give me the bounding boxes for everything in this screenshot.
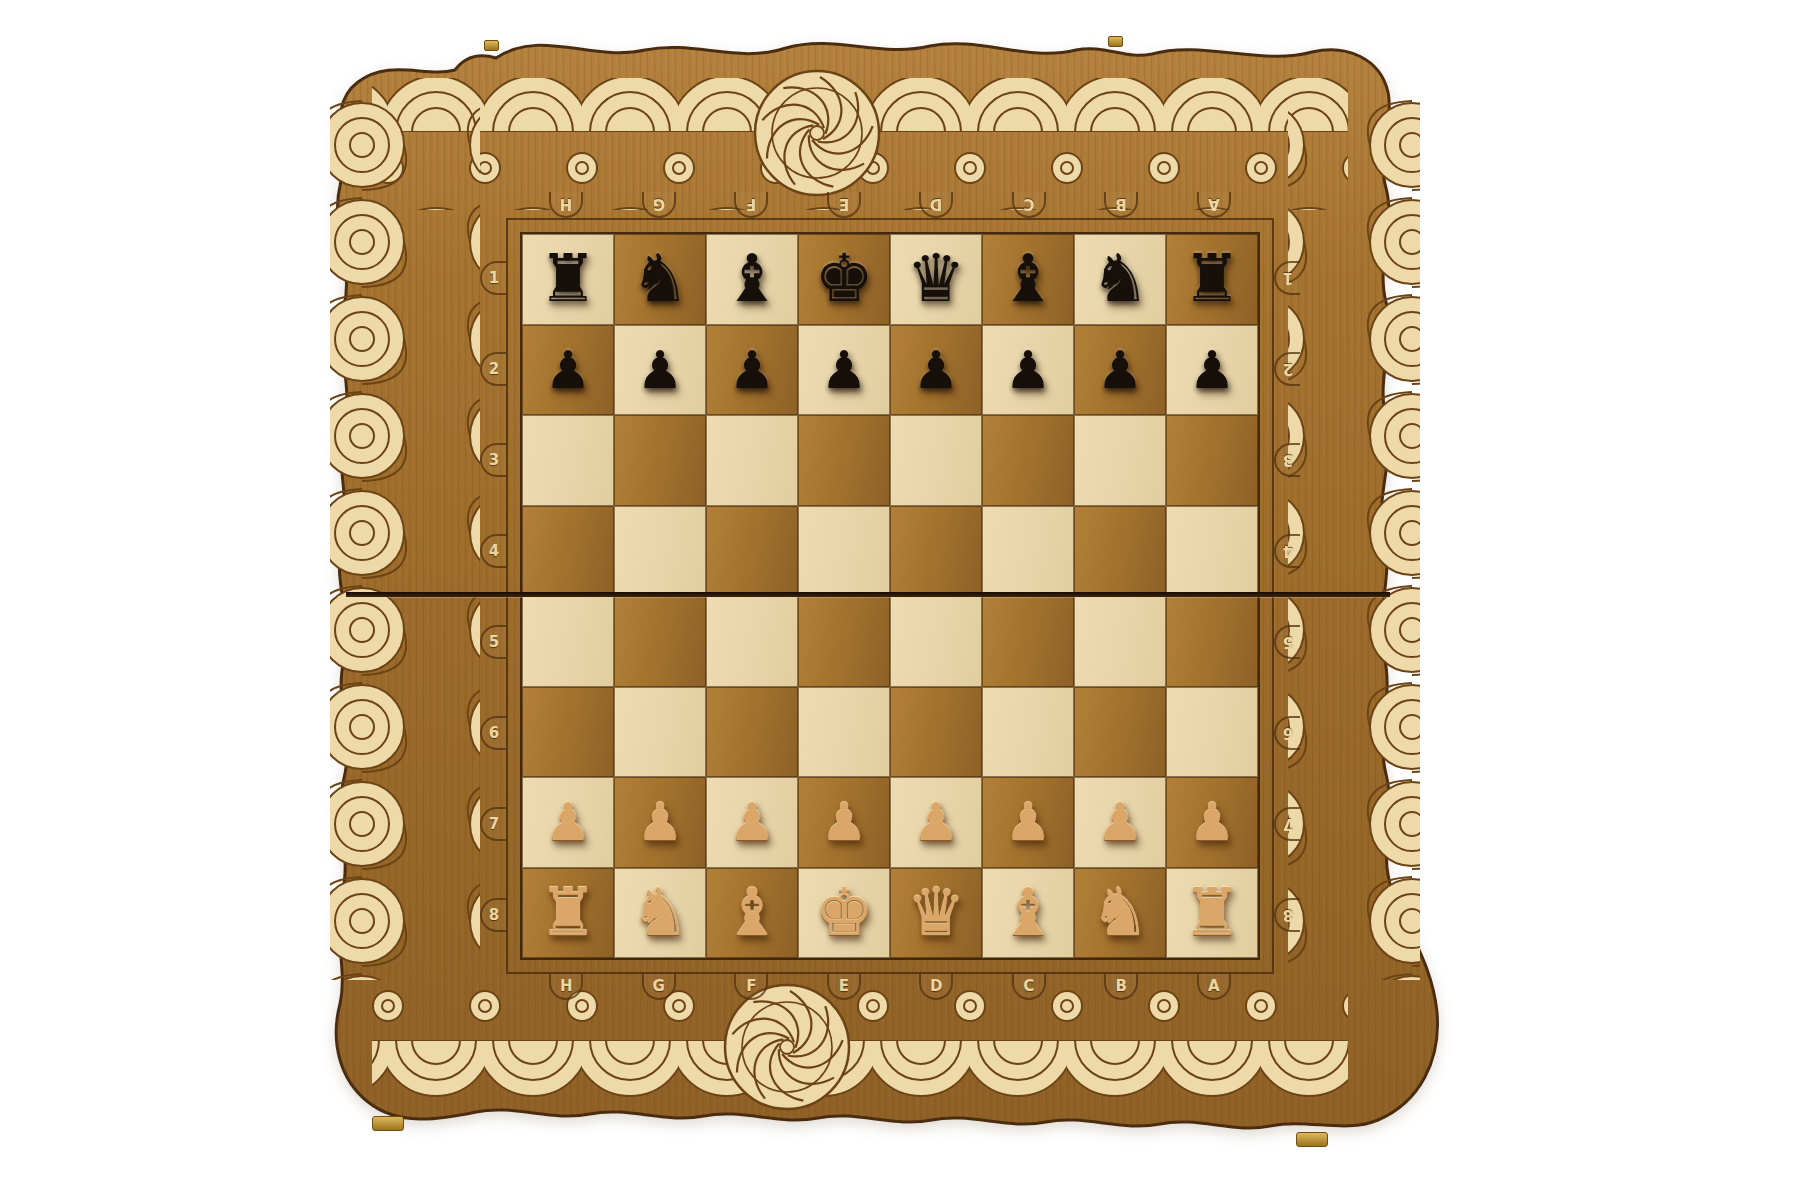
- piece-white-pawn-g7: ♟: [637, 796, 684, 848]
- rank-label-left-8: 8: [480, 898, 506, 932]
- square-g1: ♞: [614, 234, 706, 325]
- square-f3: [706, 415, 798, 506]
- piece-white-queen-d8: ♛: [906, 880, 965, 946]
- square-e2: ♟: [798, 325, 890, 416]
- eternity-rosette-top: [755, 71, 879, 195]
- square-d2: ♟: [890, 325, 982, 416]
- square-f5: [706, 596, 798, 687]
- square-g8: ♞: [614, 868, 706, 959]
- square-b6: [1074, 687, 1166, 778]
- square-a2: ♟: [1166, 325, 1258, 416]
- square-b3: [1074, 415, 1166, 506]
- square-g7: ♟: [614, 777, 706, 868]
- square-a1: ♜: [1166, 234, 1258, 325]
- piece-black-bishop-c1: ♝: [998, 246, 1057, 312]
- brass-pin-top-right: [1108, 36, 1123, 47]
- rank-label-left-2: 2: [480, 352, 506, 386]
- piece-white-pawn-h7: ♟: [545, 796, 592, 848]
- square-f8: ♝: [706, 868, 798, 959]
- square-e4: [798, 506, 890, 597]
- square-a4: [1166, 506, 1258, 597]
- square-a5: [1166, 596, 1258, 687]
- square-f4: [706, 506, 798, 597]
- square-h1: ♜: [522, 234, 614, 325]
- square-h2: ♟: [522, 325, 614, 416]
- brass-pin-top-left: [484, 40, 499, 51]
- square-b5: [1074, 596, 1166, 687]
- square-c6: [982, 687, 1074, 778]
- piece-black-pawn-b2: ♟: [1097, 344, 1144, 396]
- square-c1: ♝: [982, 234, 1074, 325]
- piece-black-knight-b1: ♞: [1090, 246, 1149, 312]
- brass-hinge-bottom-left: [372, 1116, 404, 1131]
- square-e7: ♟: [798, 777, 890, 868]
- square-b2: ♟: [1074, 325, 1166, 416]
- piece-black-pawn-c2: ♟: [1005, 344, 1052, 396]
- rank-label-left-3: 3: [480, 443, 506, 477]
- piece-white-rook-a8: ♜: [1182, 880, 1241, 946]
- piece-black-bishop-f1: ♝: [722, 246, 781, 312]
- square-h4: [522, 506, 614, 597]
- square-f7: ♟: [706, 777, 798, 868]
- square-a8: ♜: [1166, 868, 1258, 959]
- rank-label-left-5: 5: [480, 625, 506, 659]
- square-h6: [522, 687, 614, 778]
- piece-white-rook-h8: ♜: [538, 880, 597, 946]
- piece-black-pawn-f2: ♟: [729, 344, 776, 396]
- square-d4: [890, 506, 982, 597]
- square-h8: ♜: [522, 868, 614, 959]
- ornament-border-bottom: [372, 988, 1348, 1118]
- piece-black-pawn-g2: ♟: [637, 344, 684, 396]
- box-fold-seam: [346, 592, 1390, 597]
- rank-label-right-3: 3: [1274, 443, 1300, 477]
- rank-label-left-7: 7: [480, 807, 506, 841]
- rank-label-right-5: 5: [1274, 625, 1300, 659]
- piece-white-king-e8: ♚: [814, 880, 873, 946]
- piece-black-pawn-e2: ♟: [821, 344, 868, 396]
- square-f1: ♝: [706, 234, 798, 325]
- square-c7: ♟: [982, 777, 1074, 868]
- square-d5: [890, 596, 982, 687]
- photo-stage: ♜♞♝♚♛♝♞♜♟♟♟♟♟♟♟♟♟♟♟♟♟♟♟♟♜♞♝♚♛♝♞♜ 1234567…: [0, 0, 1799, 1200]
- piece-white-knight-b8: ♞: [1090, 880, 1149, 946]
- square-g5: [614, 596, 706, 687]
- piece-white-knight-g8: ♞: [630, 880, 689, 946]
- piece-black-king-e1: ♚: [814, 246, 873, 312]
- square-g3: [614, 415, 706, 506]
- square-h3: [522, 415, 614, 506]
- rank-label-left-1: 1: [480, 261, 506, 295]
- piece-black-rook-h1: ♜: [538, 246, 597, 312]
- square-g2: ♟: [614, 325, 706, 416]
- square-e5: [798, 596, 890, 687]
- square-g4: [614, 506, 706, 597]
- piece-black-pawn-a2: ♟: [1189, 344, 1236, 396]
- rank-label-right-4: 4: [1274, 534, 1300, 568]
- square-h7: ♟: [522, 777, 614, 868]
- square-e6: [798, 687, 890, 778]
- piece-black-pawn-d2: ♟: [913, 344, 960, 396]
- square-c3: [982, 415, 1074, 506]
- piece-white-bishop-c8: ♝: [998, 880, 1057, 946]
- square-c5: [982, 596, 1074, 687]
- square-d3: [890, 415, 982, 506]
- square-b1: ♞: [1074, 234, 1166, 325]
- piece-white-pawn-d7: ♟: [913, 796, 960, 848]
- square-b4: [1074, 506, 1166, 597]
- square-h5: [522, 596, 614, 687]
- piece-black-knight-g1: ♞: [630, 246, 689, 312]
- piece-black-queen-d1: ♛: [906, 246, 965, 312]
- rank-label-left-6: 6: [480, 716, 506, 750]
- square-g6: [614, 687, 706, 778]
- rank-label-right-8: 8: [1274, 898, 1300, 932]
- square-c4: [982, 506, 1074, 597]
- brass-hinge-bottom-right: [1296, 1132, 1328, 1147]
- square-c8: ♝: [982, 868, 1074, 959]
- piece-white-bishop-f8: ♝: [722, 880, 781, 946]
- square-d7: ♟: [890, 777, 982, 868]
- ornament-border-left: [330, 100, 480, 980]
- piece-white-pawn-e7: ♟: [821, 796, 868, 848]
- square-c2: ♟: [982, 325, 1074, 416]
- ornament-border-right: [1288, 100, 1420, 980]
- square-a7: ♟: [1166, 777, 1258, 868]
- square-f2: ♟: [706, 325, 798, 416]
- square-e1: ♚: [798, 234, 890, 325]
- rank-label-left-4: 4: [480, 534, 506, 568]
- square-d6: [890, 687, 982, 778]
- piece-white-pawn-f7: ♟: [729, 796, 776, 848]
- rank-label-right-1: 1: [1274, 261, 1300, 295]
- square-b7: ♟: [1074, 777, 1166, 868]
- piece-black-pawn-h2: ♟: [545, 344, 592, 396]
- rank-label-right-7: 7: [1274, 807, 1300, 841]
- square-d1: ♛: [890, 234, 982, 325]
- square-f6: [706, 687, 798, 778]
- square-d8: ♛: [890, 868, 982, 959]
- rank-label-right-6: 6: [1274, 716, 1300, 750]
- rank-label-right-2: 2: [1274, 352, 1300, 386]
- piece-black-rook-a1: ♜: [1182, 246, 1241, 312]
- square-a3: [1166, 415, 1258, 506]
- piece-white-pawn-a7: ♟: [1189, 796, 1236, 848]
- eternity-rosette-bottom: [725, 985, 849, 1109]
- square-b8: ♞: [1074, 868, 1166, 959]
- piece-white-pawn-b7: ♟: [1097, 796, 1144, 848]
- square-e8: ♚: [798, 868, 890, 959]
- piece-white-pawn-c7: ♟: [1005, 796, 1052, 848]
- square-e3: [798, 415, 890, 506]
- square-a6: [1166, 687, 1258, 778]
